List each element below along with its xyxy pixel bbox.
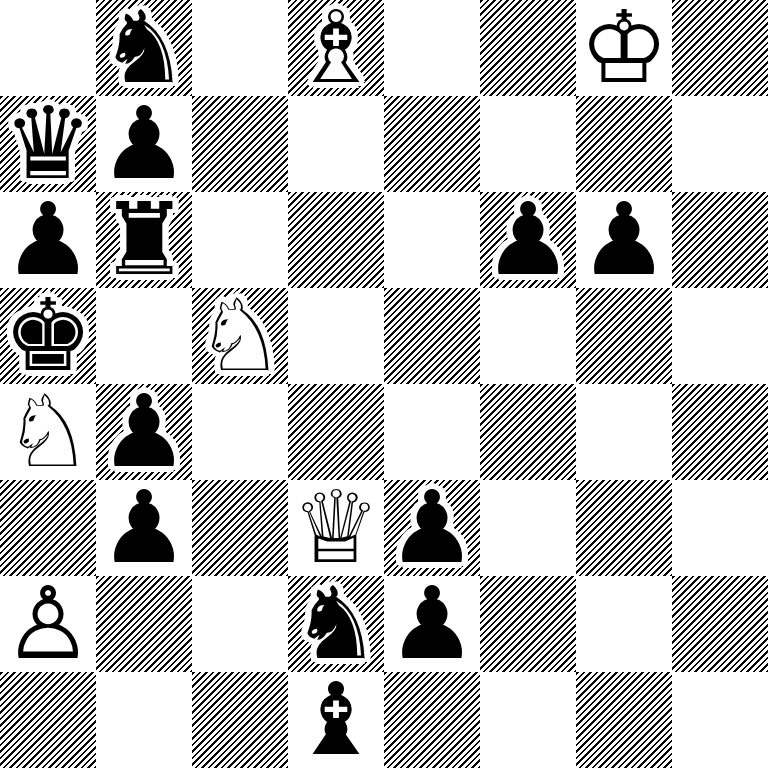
square-f1[interactable] xyxy=(480,672,576,768)
square-e4[interactable] xyxy=(384,384,480,480)
square-a6[interactable]: ♟♟ xyxy=(0,192,96,288)
square-a1[interactable] xyxy=(0,672,96,768)
square-h1[interactable] xyxy=(672,672,768,768)
square-d7[interactable] xyxy=(288,96,384,192)
black-pawn-e2: ♟ xyxy=(384,576,480,672)
square-g4[interactable] xyxy=(576,384,672,480)
square-h4[interactable] xyxy=(672,384,768,480)
black-pawn-halo: ♟ xyxy=(96,480,192,576)
square-c3[interactable] xyxy=(192,480,288,576)
square-h5[interactable] xyxy=(672,288,768,384)
square-d4[interactable] xyxy=(288,384,384,480)
black-rook-halo: ♜ xyxy=(96,192,192,288)
black-pawn-halo: ♟ xyxy=(96,96,192,192)
square-e5[interactable] xyxy=(384,288,480,384)
black-knight-halo: ♞ xyxy=(96,0,192,96)
square-a5[interactable]: ♚♚ xyxy=(0,288,96,384)
square-b1[interactable] xyxy=(96,672,192,768)
chess-board: ♞♞♝♗♚♔♛♛♟♟♟♟♜♜♟♟♟♟♚♚♞♘♞♘♟♟♟♟♛♕♟♟♟♙♞♞♟♟♝♝ xyxy=(0,0,768,768)
white-bishop-d8: ♗ xyxy=(288,0,384,96)
square-e3[interactable]: ♟♟ xyxy=(384,480,480,576)
square-b8[interactable]: ♞♞ xyxy=(96,0,192,96)
square-b5[interactable] xyxy=(96,288,192,384)
square-c4[interactable] xyxy=(192,384,288,480)
square-d2[interactable]: ♞♞ xyxy=(288,576,384,672)
black-pawn-halo: ♟ xyxy=(384,480,480,576)
black-queen-halo: ♛ xyxy=(0,96,96,192)
square-c1[interactable] xyxy=(192,672,288,768)
white-king-g8: ♔ xyxy=(576,0,672,96)
black-king-halo: ♚ xyxy=(0,288,96,384)
square-a4[interactable]: ♞♘ xyxy=(0,384,96,480)
square-e6[interactable] xyxy=(384,192,480,288)
black-rook-b6: ♜ xyxy=(96,192,192,288)
black-knight-d2: ♞ xyxy=(288,576,384,672)
square-g3[interactable] xyxy=(576,480,672,576)
black-pawn-b7: ♟ xyxy=(96,96,192,192)
square-e2[interactable]: ♟♟ xyxy=(384,576,480,672)
square-g1[interactable] xyxy=(576,672,672,768)
square-f6[interactable]: ♟♟ xyxy=(480,192,576,288)
black-pawn-halo: ♟ xyxy=(384,576,480,672)
square-b2[interactable] xyxy=(96,576,192,672)
square-e1[interactable] xyxy=(384,672,480,768)
black-pawn-f6: ♟ xyxy=(480,192,576,288)
square-c6[interactable] xyxy=(192,192,288,288)
black-pawn-halo: ♟ xyxy=(0,192,96,288)
square-b6[interactable]: ♜♜ xyxy=(96,192,192,288)
square-g6[interactable]: ♟♟ xyxy=(576,192,672,288)
square-f5[interactable] xyxy=(480,288,576,384)
square-a7[interactable]: ♛♛ xyxy=(0,96,96,192)
black-bishop-halo: ♝ xyxy=(288,672,384,768)
square-d5[interactable] xyxy=(288,288,384,384)
white-queen-d3: ♕ xyxy=(288,480,384,576)
square-c8[interactable] xyxy=(192,0,288,96)
black-pawn-a6: ♟ xyxy=(0,192,96,288)
square-f4[interactable] xyxy=(480,384,576,480)
square-a2[interactable]: ♟♙ xyxy=(0,576,96,672)
square-a8[interactable] xyxy=(0,0,96,96)
square-f8[interactable] xyxy=(480,0,576,96)
white-knight-halo: ♞ xyxy=(0,384,96,480)
square-d1[interactable]: ♝♝ xyxy=(288,672,384,768)
black-pawn-b4: ♟ xyxy=(96,384,192,480)
square-g5[interactable] xyxy=(576,288,672,384)
square-c7[interactable] xyxy=(192,96,288,192)
square-h6[interactable] xyxy=(672,192,768,288)
square-b7[interactable]: ♟♟ xyxy=(96,96,192,192)
white-knight-halo: ♞ xyxy=(192,288,288,384)
white-pawn-halo: ♟ xyxy=(0,576,96,672)
black-bishop-d1: ♝ xyxy=(288,672,384,768)
square-c5[interactable]: ♞♘ xyxy=(192,288,288,384)
black-pawn-b3: ♟ xyxy=(96,480,192,576)
square-b3[interactable]: ♟♟ xyxy=(96,480,192,576)
black-queen-a7: ♛ xyxy=(0,96,96,192)
square-c2[interactable] xyxy=(192,576,288,672)
square-f7[interactable] xyxy=(480,96,576,192)
square-h8[interactable] xyxy=(672,0,768,96)
square-e8[interactable] xyxy=(384,0,480,96)
square-d8[interactable]: ♝♗ xyxy=(288,0,384,96)
black-pawn-halo: ♟ xyxy=(480,192,576,288)
white-pawn-a2: ♙ xyxy=(0,576,96,672)
square-g8[interactable]: ♚♔ xyxy=(576,0,672,96)
square-d6[interactable] xyxy=(288,192,384,288)
square-f2[interactable] xyxy=(480,576,576,672)
black-pawn-g6: ♟ xyxy=(576,192,672,288)
square-f3[interactable] xyxy=(480,480,576,576)
black-knight-b8: ♞ xyxy=(96,0,192,96)
black-knight-halo: ♞ xyxy=(288,576,384,672)
black-king-a5: ♚ xyxy=(0,288,96,384)
square-h7[interactable] xyxy=(672,96,768,192)
black-pawn-e3: ♟ xyxy=(384,480,480,576)
square-h2[interactable] xyxy=(672,576,768,672)
square-g2[interactable] xyxy=(576,576,672,672)
square-b4[interactable]: ♟♟ xyxy=(96,384,192,480)
square-d3[interactable]: ♛♕ xyxy=(288,480,384,576)
white-knight-c5: ♘ xyxy=(192,288,288,384)
white-queen-halo: ♛ xyxy=(288,480,384,576)
white-knight-a4: ♘ xyxy=(0,384,96,480)
white-bishop-halo: ♝ xyxy=(288,0,384,96)
square-a3[interactable] xyxy=(0,480,96,576)
black-pawn-halo: ♟ xyxy=(576,192,672,288)
square-e7[interactable] xyxy=(384,96,480,192)
black-pawn-halo: ♟ xyxy=(96,384,192,480)
square-g7[interactable] xyxy=(576,96,672,192)
white-king-halo: ♚ xyxy=(576,0,672,96)
square-h3[interactable] xyxy=(672,480,768,576)
